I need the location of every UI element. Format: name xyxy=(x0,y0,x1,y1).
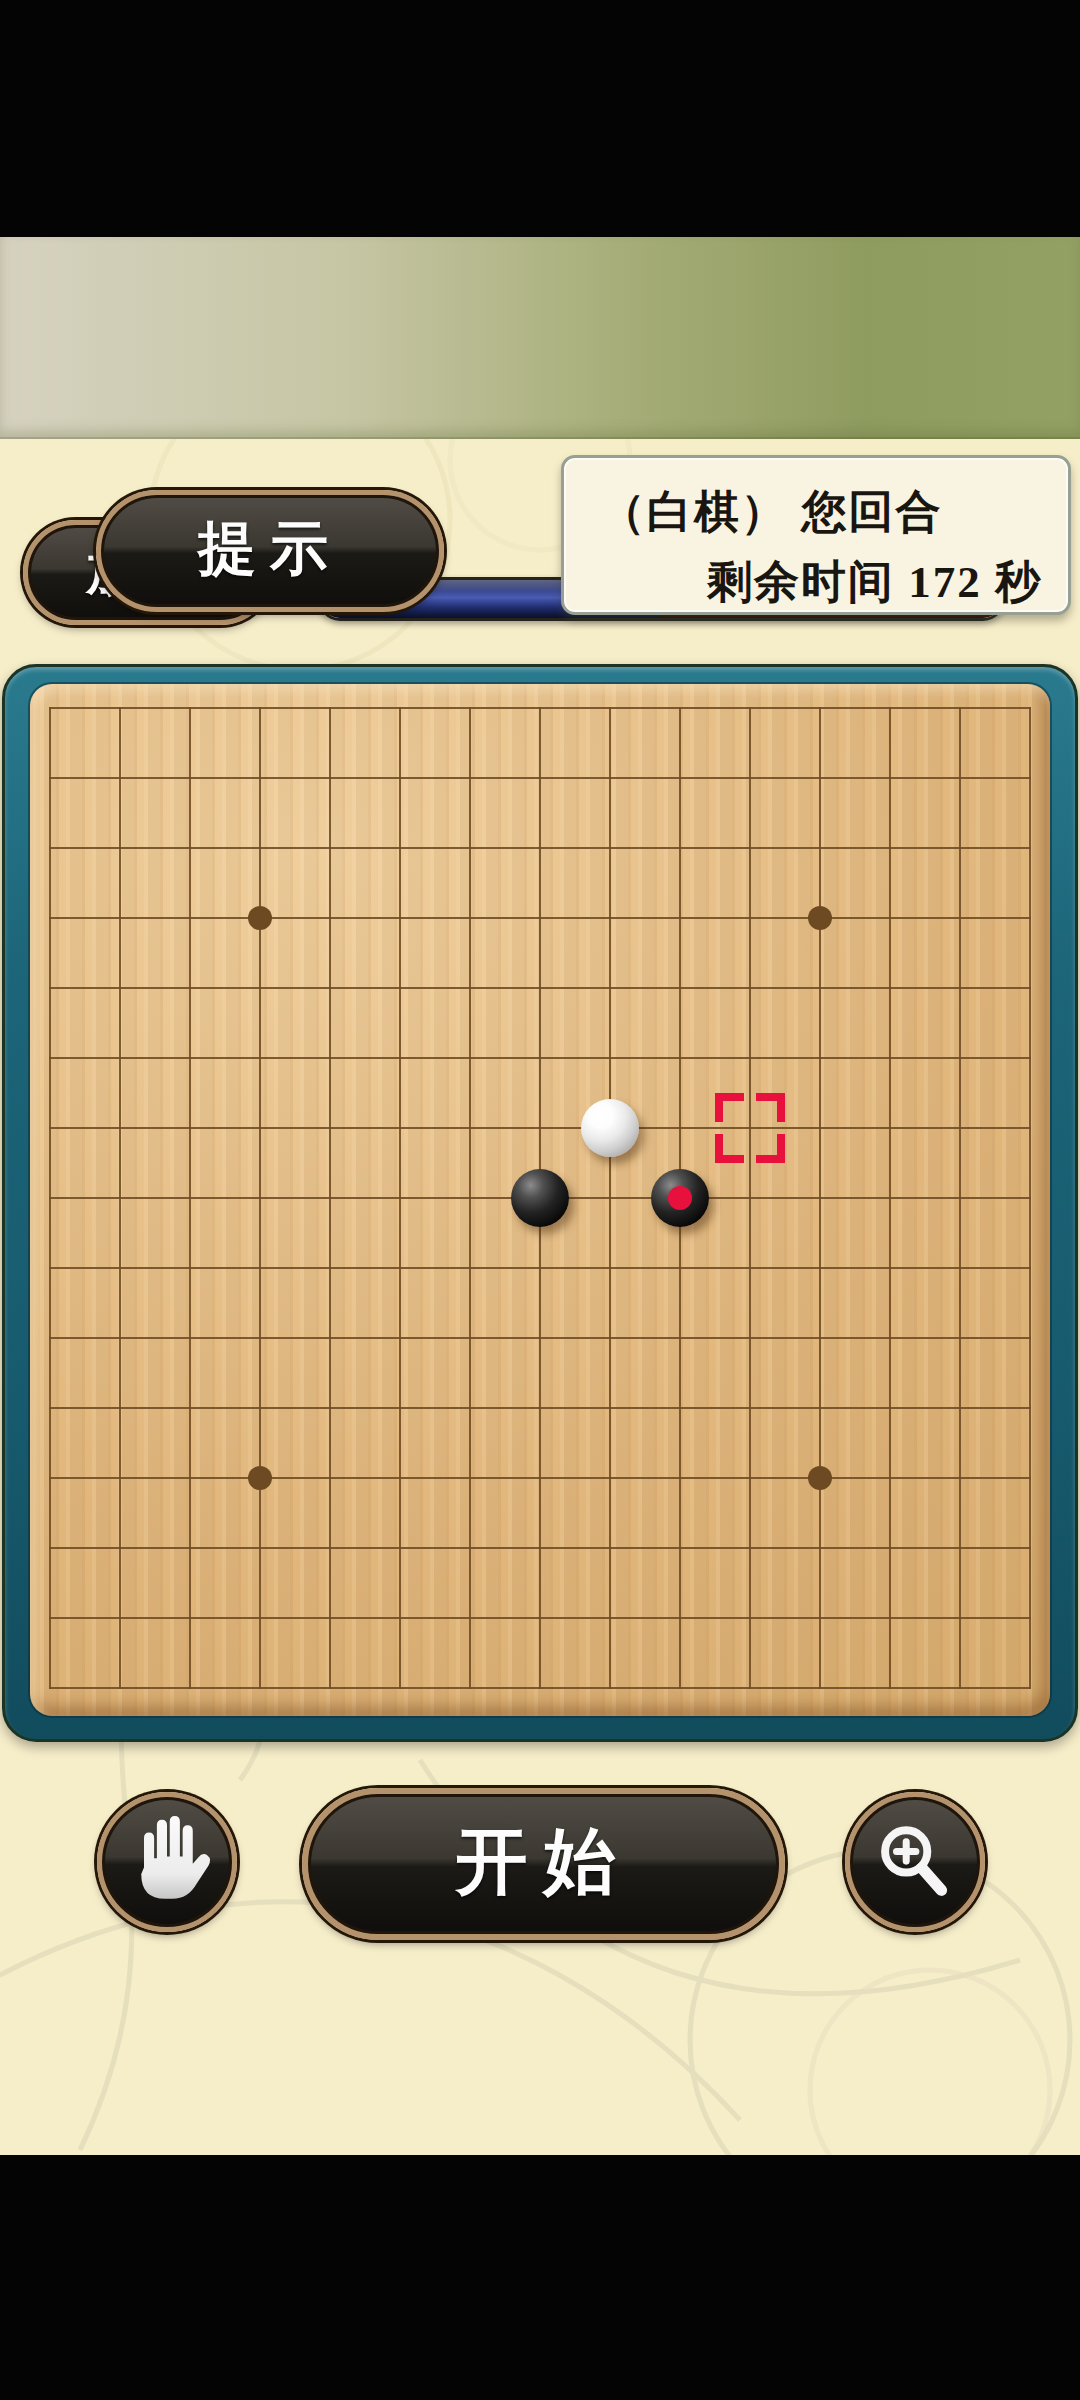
status-box: （白棋） 您回合 剩余时间 172 秒 xyxy=(561,455,1071,615)
zoom-in-button[interactable] xyxy=(845,1792,985,1932)
start-label: 开始 xyxy=(456,1814,632,1910)
bottom-letterbox xyxy=(0,2155,1080,2400)
hint-button[interactable]: 提示 xyxy=(96,490,444,612)
app-screen: 放弃 Player Player 提示 （白棋） 您回合 剩余时间 172 秒 … xyxy=(0,0,1080,2400)
hand-icon xyxy=(121,1812,213,1912)
star-point xyxy=(808,1466,832,1490)
stone-white xyxy=(581,1099,639,1157)
stone-black xyxy=(651,1169,709,1227)
cursor-corner-br xyxy=(756,1134,785,1163)
star-point xyxy=(808,906,832,930)
time-remaining-text: 剩余时间 172 秒 xyxy=(564,552,1042,612)
start-button[interactable]: 开始 xyxy=(302,1788,785,1940)
turn-status-text: （白棋） 您回合 xyxy=(600,482,1068,542)
cursor-corner-tr xyxy=(756,1093,785,1122)
star-point xyxy=(248,906,272,930)
hand-tool-button[interactable] xyxy=(97,1792,237,1932)
cursor-corner-bl xyxy=(715,1134,744,1163)
last-move-dot xyxy=(668,1186,692,1210)
stone-black xyxy=(511,1169,569,1227)
star-point xyxy=(248,1466,272,1490)
top-letterbox xyxy=(0,0,1080,237)
zoom-in-icon xyxy=(871,1818,959,1906)
hint-label: 提示 xyxy=(198,510,342,588)
cursor-marker[interactable] xyxy=(715,1093,785,1163)
match-header: 放弃 Player Player xyxy=(0,237,1080,439)
cursor-corner-tl xyxy=(715,1093,744,1122)
